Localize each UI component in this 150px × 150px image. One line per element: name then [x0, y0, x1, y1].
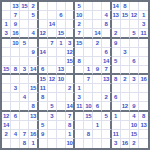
cell-r14c1[interactable]: 14 — [2, 121, 11, 130]
cell-r13c4[interactable]: 13 — [29, 112, 38, 121]
cell-r10c8[interactable]: 2 — [66, 84, 75, 93]
cell-r12c8[interactable]: 14 — [66, 102, 75, 111]
cell-r10c15[interactable] — [130, 84, 139, 93]
cell-r9c6[interactable]: 12 — [48, 75, 57, 84]
cell-r4c16[interactable]: 11 — [139, 29, 148, 38]
cell-r4c15[interactable]: 5 — [130, 29, 139, 38]
cell-r12c9[interactable]: 11 — [75, 102, 84, 111]
cell-r12c1[interactable] — [2, 102, 11, 111]
cell-r7c10[interactable] — [84, 57, 93, 66]
cell-r4c11[interactable]: 14 — [93, 29, 102, 38]
cell-r14c2[interactable] — [11, 121, 20, 130]
cell-r7c14[interactable] — [121, 57, 130, 66]
cell-r13c9[interactable] — [75, 112, 84, 121]
cell-r11c7[interactable] — [57, 93, 66, 102]
cell-r15c6[interactable] — [48, 130, 57, 139]
cell-r2c9[interactable]: 10 — [75, 11, 84, 20]
cell-r3c1[interactable]: 1 — [2, 20, 11, 29]
cell-r6c8[interactable]: 12 — [66, 48, 75, 57]
cell-r16c6[interactable] — [48, 139, 57, 148]
cell-r9c14[interactable]: 2 — [121, 75, 130, 84]
cell-r7c1[interactable] — [2, 57, 11, 66]
cell-r11c11[interactable] — [93, 93, 102, 102]
cell-r6c15[interactable] — [130, 48, 139, 57]
cell-r4c3[interactable] — [20, 29, 29, 38]
cell-r12c10[interactable]: 10 — [84, 102, 93, 111]
sudoku-board: 1315251487561041315121191428331641215714… — [0, 0, 150, 150]
cell-r16c8[interactable]: 10 — [66, 139, 75, 148]
cell-r14c10[interactable] — [84, 121, 93, 130]
cell-r6c14[interactable]: 3 — [121, 48, 130, 57]
cell-r6c2[interactable] — [11, 48, 20, 57]
cell-r13c14[interactable] — [121, 112, 130, 121]
cell-r9c7[interactable]: 10 — [57, 75, 66, 84]
cell-r13c5[interactable] — [39, 112, 48, 121]
cell-r12c5[interactable] — [39, 102, 48, 111]
cell-r3c9[interactable]: 2 — [75, 20, 84, 29]
cell-r9c3[interactable] — [20, 75, 29, 84]
cell-r2c3[interactable] — [20, 11, 29, 20]
cell-r12c14[interactable]: 12 — [121, 102, 130, 111]
cell-r9c16[interactable]: 16 — [139, 75, 148, 84]
cell-r11c14[interactable] — [121, 93, 130, 102]
cell-r8c6[interactable] — [48, 66, 57, 75]
cell-r6c10[interactable] — [84, 48, 93, 57]
cell-r12c16[interactable] — [139, 102, 148, 111]
cell-r6c11[interactable] — [93, 48, 102, 57]
cell-r16c2[interactable] — [11, 139, 20, 148]
cell-r3c11[interactable] — [93, 20, 102, 29]
cell-r1c5[interactable] — [39, 2, 48, 11]
cell-r16c7[interactable] — [57, 139, 66, 148]
cell-r8c14[interactable] — [121, 66, 130, 75]
cell-r15c8[interactable]: 1 — [66, 130, 75, 139]
cell-r7c9[interactable]: 8 — [75, 57, 84, 66]
cell-r14c6[interactable] — [48, 121, 57, 130]
cell-r16c9[interactable] — [75, 139, 84, 148]
cell-r14c14[interactable] — [121, 121, 130, 130]
cell-r12c2[interactable] — [11, 102, 20, 111]
cell-r15c10[interactable]: 8 — [84, 130, 93, 139]
cell-r16c5[interactable] — [39, 139, 48, 148]
cell-r12c6[interactable]: 5 — [48, 102, 57, 111]
cell-r9c12[interactable]: 13 — [102, 75, 111, 84]
cell-r2c1[interactable] — [2, 11, 11, 20]
cell-r2c5[interactable] — [39, 11, 48, 20]
cell-r12c12[interactable] — [102, 102, 111, 111]
cell-r9c15[interactable]: 3 — [130, 75, 139, 84]
cell-r1c13[interactable]: 14 — [112, 2, 121, 11]
cell-r5c11[interactable]: 2 — [93, 39, 102, 48]
cell-r7c16[interactable] — [139, 57, 148, 66]
cell-r4c12[interactable] — [102, 29, 111, 38]
cell-r13c2[interactable]: 6 — [11, 112, 20, 121]
cell-r14c7[interactable] — [57, 121, 66, 130]
cell-r14c9[interactable] — [75, 121, 84, 130]
cell-r7c5[interactable] — [39, 57, 48, 66]
cell-r8c1[interactable]: 15 — [2, 66, 11, 75]
cell-r8c9[interactable] — [75, 66, 84, 75]
cell-r15c1[interactable]: 2 — [2, 130, 11, 139]
cell-r10c9[interactable]: 1 — [75, 84, 84, 93]
cell-r5c6[interactable]: 7 — [48, 39, 57, 48]
cell-r1c11[interactable] — [93, 2, 102, 11]
cell-r12c15[interactable]: 9 — [130, 102, 139, 111]
cell-r3c3[interactable] — [20, 20, 29, 29]
cell-r14c5[interactable]: 5 — [39, 121, 48, 130]
cell-r15c11[interactable] — [93, 130, 102, 139]
cell-r6c6[interactable] — [48, 48, 57, 57]
cell-r10c12[interactable] — [102, 84, 111, 93]
cell-r3c7[interactable] — [57, 20, 66, 29]
cell-r8c7[interactable]: 13 — [57, 66, 66, 75]
cell-r5c4[interactable] — [29, 39, 38, 48]
cell-r8c3[interactable]: 3 — [20, 66, 29, 75]
cell-r2c14[interactable]: 15 — [121, 11, 130, 20]
cell-r5c2[interactable]: 10 — [11, 39, 20, 48]
cell-r11c3[interactable]: 4 — [20, 93, 29, 102]
cell-r1c8[interactable] — [66, 2, 75, 11]
cell-r6c12[interactable]: 6 — [102, 48, 111, 57]
cell-r8c8[interactable] — [66, 66, 75, 75]
cell-r16c10[interactable] — [84, 139, 93, 148]
cell-r10c2[interactable]: 3 — [11, 84, 20, 93]
cell-r9c13[interactable]: 8 — [112, 75, 121, 84]
cell-r11c16[interactable] — [139, 93, 148, 102]
cell-r16c15[interactable]: 2 — [130, 139, 139, 148]
cell-r15c14[interactable] — [121, 130, 130, 139]
cell-r1c10[interactable] — [84, 2, 93, 11]
cell-r13c8[interactable]: 7 — [66, 112, 75, 121]
cell-r1c6[interactable] — [48, 2, 57, 11]
cell-r16c3[interactable]: 8 — [20, 139, 29, 148]
cell-r6c3[interactable] — [20, 48, 29, 57]
cell-r11c13[interactable]: 6 — [112, 93, 121, 102]
cell-r2c10[interactable] — [84, 11, 93, 20]
cell-r9c8[interactable] — [66, 75, 75, 84]
cell-r13c11[interactable] — [93, 112, 102, 121]
cell-r3c6[interactable]: 14 — [48, 20, 57, 29]
cell-r14c12[interactable] — [102, 121, 111, 130]
cell-r8c4[interactable]: 14 — [29, 66, 38, 75]
cell-r13c7[interactable] — [57, 112, 66, 121]
cell-r11c4[interactable] — [29, 93, 38, 102]
cell-r2c13[interactable]: 13 — [112, 11, 121, 20]
cell-r3c16[interactable]: 3 — [139, 20, 148, 29]
cell-r3c4[interactable] — [29, 20, 38, 29]
cell-r10c4[interactable]: 15 — [29, 84, 38, 93]
cell-r5c16[interactable] — [139, 39, 148, 48]
cell-r6c16[interactable] — [139, 48, 148, 57]
cell-r2c6[interactable] — [48, 11, 57, 20]
cell-r11c9[interactable]: 3 — [75, 93, 84, 102]
cell-r11c1[interactable] — [2, 93, 11, 102]
cell-r6c5[interactable]: 14 — [39, 48, 48, 57]
cell-r13c13[interactable]: 1 — [112, 112, 121, 121]
cell-r11c12[interactable]: 2 — [102, 93, 111, 102]
cell-r12c4[interactable]: 8 — [29, 102, 38, 111]
cell-r12c11[interactable]: 6 — [93, 102, 102, 111]
cell-r16c13[interactable]: 3 — [112, 139, 121, 148]
cell-r8c15[interactable] — [130, 66, 139, 75]
cell-r15c15[interactable]: 15 — [130, 130, 139, 139]
cell-r3c10[interactable] — [84, 20, 93, 29]
cell-r15c12[interactable] — [102, 130, 111, 139]
cell-r11c15[interactable] — [130, 93, 139, 102]
cell-r6c13[interactable] — [112, 48, 121, 57]
cell-r5c15[interactable] — [130, 39, 139, 48]
cell-r5c12[interactable] — [102, 39, 111, 48]
cell-r8c11[interactable]: 9 — [93, 66, 102, 75]
cell-r10c5[interactable]: 11 — [39, 84, 48, 93]
cell-r5c14[interactable] — [121, 39, 130, 48]
cell-r4c7[interactable]: 15 — [57, 29, 66, 38]
cell-r5c8[interactable]: 3 — [66, 39, 75, 48]
cell-r9c10[interactable]: 7 — [84, 75, 93, 84]
cell-r2c15[interactable]: 12 — [130, 11, 139, 20]
cell-r13c15[interactable]: 4 — [130, 112, 139, 121]
cell-r5c10[interactable] — [84, 39, 93, 48]
cell-r5c7[interactable]: 1 — [57, 39, 66, 48]
cell-r6c4[interactable]: 9 — [29, 48, 38, 57]
cell-r10c16[interactable] — [139, 84, 148, 93]
cell-r14c15[interactable]: 10 — [130, 121, 139, 130]
cell-r2c7[interactable]: 6 — [57, 11, 66, 20]
cell-r6c9[interactable] — [75, 48, 84, 57]
cell-r2c4[interactable]: 5 — [29, 11, 38, 20]
cell-r2c11[interactable] — [93, 11, 102, 20]
cell-r14c8[interactable]: 8 — [66, 121, 75, 130]
cell-r6c7[interactable] — [57, 48, 66, 57]
cell-r15c9[interactable] — [75, 130, 84, 139]
cell-r9c5[interactable]: 15 — [39, 75, 48, 84]
cell-r2c8[interactable] — [66, 11, 75, 20]
cell-r10c1[interactable] — [2, 84, 11, 93]
cell-r1c2[interactable]: 13 — [11, 2, 20, 11]
cell-r12c13[interactable] — [112, 102, 121, 111]
cell-r7c11[interactable] — [93, 57, 102, 66]
cell-r7c3[interactable] — [20, 57, 29, 66]
cell-r5c5[interactable] — [39, 39, 48, 48]
cell-r15c2[interactable]: 4 — [11, 130, 20, 139]
cell-r16c4[interactable]: 1 — [29, 139, 38, 148]
cell-r15c5[interactable]: 9 — [39, 130, 48, 139]
cell-r1c1[interactable] — [2, 2, 11, 11]
cell-r10c6[interactable] — [48, 84, 57, 93]
cell-r4c6[interactable] — [48, 29, 57, 38]
cell-r14c16[interactable]: 13 — [139, 121, 148, 130]
cell-r9c4[interactable] — [29, 75, 38, 84]
cell-r11c10[interactable] — [84, 93, 93, 102]
cell-r5c3[interactable]: 5 — [20, 39, 29, 48]
cell-r9c2[interactable] — [11, 75, 20, 84]
cell-r1c16[interactable] — [139, 2, 148, 11]
cell-r5c1[interactable] — [2, 39, 11, 48]
cell-r15c7[interactable] — [57, 130, 66, 139]
cell-r16c12[interactable] — [102, 139, 111, 148]
cell-r13c16[interactable]: 8 — [139, 112, 148, 121]
cell-r8c13[interactable] — [112, 66, 121, 75]
cell-r3c14[interactable] — [121, 20, 130, 29]
cell-r8c16[interactable] — [139, 66, 148, 75]
cell-r7c12[interactable]: 14 — [102, 57, 111, 66]
cell-r7c15[interactable]: 6 — [130, 57, 139, 66]
cell-r3c2[interactable]: 9 — [11, 20, 20, 29]
cell-r1c12[interactable] — [102, 2, 111, 11]
cell-r7c6[interactable] — [48, 57, 57, 66]
cell-r1c9[interactable]: 5 — [75, 2, 84, 11]
cell-r1c7[interactable] — [57, 2, 66, 11]
cell-r4c1[interactable]: 3 — [2, 29, 11, 38]
cell-r9c9[interactable] — [75, 75, 84, 84]
cell-r2c12[interactable]: 4 — [102, 11, 111, 20]
cell-r10c13[interactable] — [112, 84, 121, 93]
cell-r9c11[interactable] — [93, 75, 102, 84]
cell-r15c16[interactable] — [139, 130, 148, 139]
cell-r7c8[interactable]: 15 — [66, 57, 75, 66]
cell-r4c10[interactable] — [84, 29, 93, 38]
cell-r3c15[interactable] — [130, 20, 139, 29]
cell-r4c4[interactable]: 4 — [29, 29, 38, 38]
cell-r14c11[interactable]: 1 — [93, 121, 102, 130]
cell-r3c8[interactable] — [66, 20, 75, 29]
cell-r3c5[interactable] — [39, 20, 48, 29]
cell-r6c1[interactable] — [2, 48, 11, 57]
cell-r5c9[interactable]: 15 — [75, 39, 84, 48]
cell-r7c2[interactable] — [11, 57, 20, 66]
cell-r10c7[interactable] — [57, 84, 66, 93]
cell-r8c10[interactable]: 1 — [84, 66, 93, 75]
cell-r11c8[interactable] — [66, 93, 75, 102]
cell-r11c2[interactable] — [11, 93, 20, 102]
cell-r13c3[interactable] — [20, 112, 29, 121]
cell-r2c16[interactable]: 1 — [139, 11, 148, 20]
cell-r1c15[interactable] — [130, 2, 139, 11]
cell-r10c3[interactable] — [20, 84, 29, 93]
cell-r10c14[interactable] — [121, 84, 130, 93]
cell-r9c1[interactable] — [2, 75, 11, 84]
cell-r4c5[interactable]: 12 — [39, 29, 48, 38]
cell-r7c7[interactable] — [57, 57, 66, 66]
cell-r5c13[interactable]: 9 — [112, 39, 121, 48]
cell-r16c1[interactable] — [2, 139, 11, 148]
cell-r4c8[interactable] — [66, 29, 75, 38]
cell-r4c9[interactable]: 7 — [75, 29, 84, 38]
cell-r4c13[interactable]: 2 — [112, 29, 121, 38]
cell-r15c4[interactable]: 16 — [29, 130, 38, 139]
cell-r1c14[interactable]: 8 — [121, 2, 130, 11]
cell-r8c5[interactable]: 6 — [39, 66, 48, 75]
cell-r13c1[interactable]: 12 — [2, 112, 11, 121]
cell-r13c10[interactable]: 15 — [84, 112, 93, 121]
cell-r16c11[interactable] — [93, 139, 102, 148]
cell-r12c3[interactable] — [20, 102, 29, 111]
cell-r4c2[interactable]: 16 — [11, 29, 20, 38]
cell-r14c3[interactable] — [20, 121, 29, 130]
cell-r1c3[interactable]: 15 — [20, 2, 29, 11]
cell-r14c13[interactable] — [112, 121, 121, 130]
cell-r2c2[interactable]: 7 — [11, 11, 20, 20]
cell-r11c6[interactable] — [48, 93, 57, 102]
cell-r13c6[interactable]: 3 — [48, 112, 57, 121]
cell-r16c16[interactable] — [139, 139, 148, 148]
cell-r16c14[interactable]: 16 — [121, 139, 130, 148]
cell-r15c13[interactable]: 11 — [112, 130, 121, 139]
cell-r14c4[interactable] — [29, 121, 38, 130]
cell-r1c4[interactable]: 2 — [29, 2, 38, 11]
cell-r15c3[interactable]: 7 — [20, 130, 29, 139]
cell-r11c5[interactable]: 8 — [39, 93, 48, 102]
cell-r10c11[interactable] — [93, 84, 102, 93]
cell-r10c10[interactable] — [84, 84, 93, 93]
cell-r8c12[interactable]: 7 — [102, 66, 111, 75]
cell-r13c12[interactable]: 5 — [102, 112, 111, 121]
cell-r4c14[interactable] — [121, 29, 130, 38]
cell-r7c4[interactable] — [29, 57, 38, 66]
cell-r12c7[interactable] — [57, 102, 66, 111]
cell-r3c12[interactable]: 8 — [102, 20, 111, 29]
cell-r7c13[interactable]: 5 — [112, 57, 121, 66]
cell-r3c13[interactable] — [112, 20, 121, 29]
cell-r8c2[interactable]: 8 — [11, 66, 20, 75]
